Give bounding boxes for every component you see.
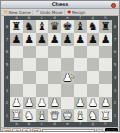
square-f5[interactable] [74, 58, 87, 71]
new-game-button[interactable]: ▤ New Game [3, 10, 33, 15]
square-g4[interactable] [87, 71, 100, 84]
square-c3[interactable] [36, 84, 49, 97]
square-c2[interactable]: ♟ [36, 97, 49, 110]
new-game-icon: ▤ [4, 10, 8, 14]
square-e7[interactable]: ♟ [61, 33, 74, 46]
square-f2[interactable]: ♟ [74, 97, 87, 110]
square-e4[interactable]: ♟ [61, 71, 74, 84]
square-b6[interactable] [23, 46, 36, 59]
turn-indicator-black [105, 128, 118, 132]
resign-label: Resign [72, 10, 85, 15]
square-f7[interactable]: ♟ [74, 33, 87, 46]
white-piece-n: ♞ [24, 110, 34, 121]
square-c8[interactable]: ♝ [36, 20, 49, 33]
square-h4[interactable] [99, 71, 112, 84]
square-g3[interactable] [87, 84, 100, 97]
resign-icon: ● [68, 10, 72, 14]
white-piece-p: ♟ [50, 97, 60, 108]
square-b1[interactable]: ♞ [23, 109, 36, 122]
board-frame: abcdefgh 87654321 ♜♞♝♛♚♝♞♜♟♟♟♟♟♟♟♟♟♟♟♟♟♟… [4, 16, 118, 127]
black-piece-n: ♞ [24, 21, 34, 32]
square-c4[interactable] [36, 71, 49, 84]
square-d6[interactable] [48, 46, 61, 59]
square-d7[interactable]: ♟ [48, 33, 61, 46]
square-g8[interactable]: ♞ [87, 20, 100, 33]
white-piece-n: ♞ [88, 110, 98, 121]
coord-label: 5 [112, 58, 118, 71]
black-piece-p: ♟ [88, 34, 98, 45]
first-move-button[interactable]: ◀◀ [2, 128, 11, 132]
square-g7[interactable]: ♟ [87, 33, 100, 46]
white-piece-p: ♟ [88, 97, 98, 108]
black-piece-p: ♟ [50, 34, 60, 45]
square-a7[interactable]: ♟ [10, 33, 23, 46]
square-d1[interactable]: ♛ [48, 109, 61, 122]
chess-board: ♜♞♝♛♚♝♞♜♟♟♟♟♟♟♟♟♟♟♟♟♟♟♟♟♜♞♝♛♚♝♞♜ [10, 20, 112, 122]
square-h6[interactable] [99, 46, 112, 59]
square-d5[interactable] [48, 58, 61, 71]
square-g1[interactable]: ♞ [87, 109, 100, 122]
square-a6[interactable] [10, 46, 23, 59]
black-piece-p: ♟ [11, 34, 21, 45]
square-h1[interactable]: ♜ [99, 109, 112, 122]
black-piece-q: ♛ [50, 21, 60, 32]
square-h3[interactable] [99, 84, 112, 97]
square-a8[interactable]: ♜ [10, 20, 23, 33]
coord-label: 3 [112, 84, 118, 97]
black-piece-n: ♞ [88, 21, 98, 32]
black-piece-p: ♟ [101, 34, 111, 45]
square-f3[interactable] [74, 84, 87, 97]
undo-icon: ↶ [36, 10, 39, 14]
move-history-combo[interactable]: 1. e2-e4 [42, 129, 95, 133]
square-b5[interactable] [23, 58, 36, 71]
square-c1[interactable]: ♝ [36, 109, 49, 122]
titlebar[interactable]: Chess [1, 1, 119, 9]
coord-label: 8 [112, 20, 118, 33]
black-piece-b: ♝ [37, 21, 47, 32]
next-move-button[interactable]: ▶ [22, 128, 31, 132]
last-move-button[interactable]: ▶▶ [32, 128, 41, 132]
square-e6[interactable] [61, 46, 74, 59]
white-piece-p: ♟ [62, 72, 72, 83]
black-piece-p: ♟ [62, 34, 72, 45]
square-g6[interactable] [87, 46, 100, 59]
black-piece-k: ♚ [62, 21, 72, 32]
statusbar: ◀◀ ◀ ▶ ▶▶ 1. e2-e4 ▼ [1, 127, 119, 132]
square-c5[interactable] [36, 58, 49, 71]
black-piece-b: ♝ [75, 21, 85, 32]
coord-label: 6 [112, 46, 118, 59]
white-piece-p: ♟ [101, 97, 111, 108]
white-piece-b: ♝ [75, 110, 85, 121]
window-title: Chess [52, 1, 69, 8]
undo-move-label: Undo Move [40, 10, 62, 15]
square-e3[interactable] [61, 84, 74, 97]
undo-move-button[interactable]: ↶ Undo Move [35, 10, 65, 15]
square-b4[interactable] [23, 71, 36, 84]
close-icon[interactable] [111, 3, 116, 8]
white-piece-b: ♝ [37, 110, 47, 121]
square-h8[interactable]: ♜ [99, 20, 112, 33]
chess-app-window: Chess ▤ New Game ↶ Undo Move ● Resign ab… [0, 0, 120, 132]
coord-label: 1 [112, 109, 118, 122]
coord-label: 4 [112, 71, 118, 84]
resign-button[interactable]: ● Resign [67, 10, 87, 15]
white-piece-p: ♟ [75, 97, 85, 108]
new-game-label: New Game [9, 10, 31, 15]
square-c6[interactable] [36, 46, 49, 59]
square-g5[interactable] [87, 58, 100, 71]
square-c7[interactable]: ♟ [36, 33, 49, 46]
square-d3[interactable] [48, 84, 61, 97]
square-d8[interactable]: ♛ [48, 20, 61, 33]
coord-label: 7 [112, 33, 118, 46]
square-d4[interactable] [48, 71, 61, 84]
square-d2[interactable]: ♟ [48, 97, 61, 110]
square-h2[interactable]: ♟ [99, 97, 112, 110]
square-e1[interactable]: ♚ [61, 109, 74, 122]
previous-move-button[interactable]: ◀ [12, 128, 21, 132]
black-piece-p: ♟ [75, 34, 85, 45]
white-piece-r: ♜ [11, 110, 21, 121]
square-a5[interactable] [10, 58, 23, 71]
black-piece-r: ♜ [101, 21, 111, 32]
square-h5[interactable] [99, 58, 112, 71]
square-b3[interactable] [23, 84, 36, 97]
current-move-text: 1. e2-e4 [44, 130, 61, 133]
white-piece-p: ♟ [11, 97, 21, 108]
square-g2[interactable]: ♟ [87, 97, 100, 110]
white-piece-p: ♟ [37, 97, 47, 108]
square-f1[interactable]: ♝ [74, 109, 87, 122]
white-piece-q: ♛ [50, 110, 60, 121]
coord-label: 2 [112, 97, 118, 110]
rank-labels-right: 87654321 [112, 20, 118, 122]
square-f6[interactable] [74, 46, 87, 59]
white-piece-r: ♜ [101, 110, 111, 121]
square-e5[interactable] [61, 58, 74, 71]
square-a3[interactable] [10, 84, 23, 97]
square-b7[interactable]: ♟ [23, 33, 36, 46]
square-b8[interactable]: ♞ [23, 20, 36, 33]
white-piece-p: ♟ [24, 97, 34, 108]
square-e2[interactable] [61, 97, 74, 110]
toolbar: ▤ New Game ↶ Undo Move ● Resign [1, 9, 119, 16]
square-a1[interactable]: ♜ [10, 109, 23, 122]
black-piece-p: ♟ [24, 34, 34, 45]
square-e8[interactable]: ♚ [61, 20, 74, 33]
white-piece-k: ♚ [62, 110, 72, 121]
square-b2[interactable]: ♟ [23, 97, 36, 110]
square-f8[interactable]: ♝ [74, 20, 87, 33]
square-h7[interactable]: ♟ [99, 33, 112, 46]
square-f4[interactable] [74, 71, 87, 84]
black-piece-p: ♟ [37, 34, 47, 45]
black-piece-r: ♜ [11, 21, 21, 32]
square-a4[interactable] [10, 71, 23, 84]
combo-dropdown-button[interactable]: ▼ [96, 129, 103, 133]
square-a2[interactable]: ♟ [10, 97, 23, 110]
